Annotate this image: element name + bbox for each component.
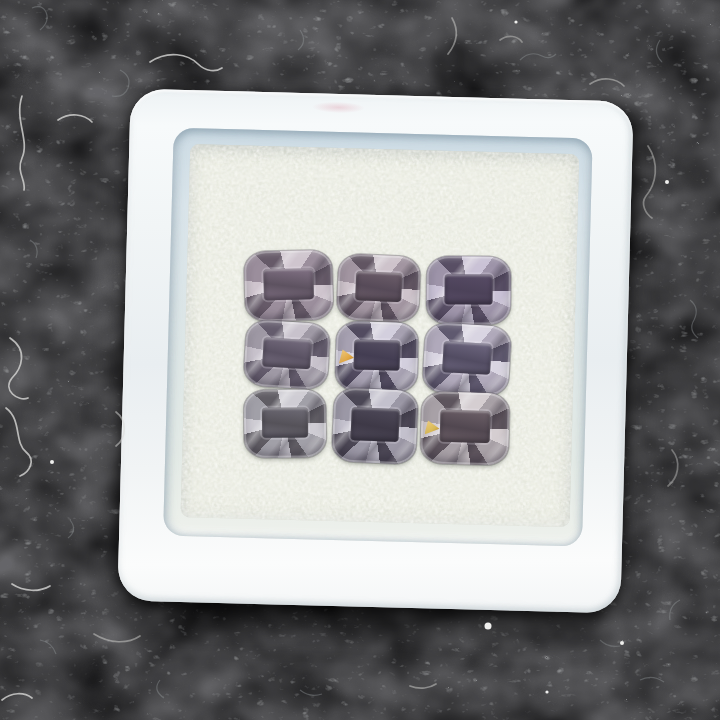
gem-table-facet [445,273,492,303]
gemstone-top-right [426,256,511,325]
gemstone-top-center [336,253,421,323]
gemstone-middle-right [422,321,512,396]
pink-smudge-on-frame [312,101,364,113]
gemstone-bottom-right [420,391,510,465]
gem-table-facet [442,341,492,375]
gem-table-facet [263,337,312,369]
gemstone-center [335,320,419,392]
gem-table-facet [355,271,402,302]
gem-table-facet [354,339,401,371]
gemstone-bottom-center [331,387,418,465]
gem-table-facet [440,410,490,443]
gem-table-facet [264,268,314,300]
gemstone-bottom-left [244,389,327,458]
photo-scene [0,0,720,720]
gem-table-facet [351,407,399,442]
gem-grid [239,250,514,464]
gem-table-facet [262,407,308,437]
gemstone-middle-left [243,319,331,390]
gem-display-box [117,89,633,614]
gemstone-top-left [244,249,334,321]
